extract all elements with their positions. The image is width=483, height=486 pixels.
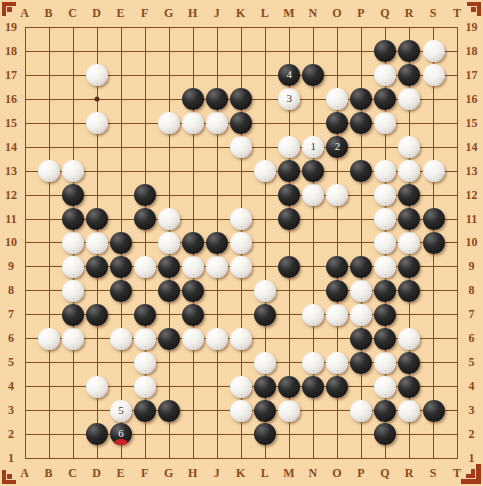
coord-label-column: K [236,6,245,21]
coord-label-row: 5 [469,355,475,370]
coord-label-column: J [214,6,220,21]
stone-black-R17 [398,64,420,86]
coord-label-row: 17 [466,67,478,82]
stone-black-G3 [158,400,180,422]
coord-label-column: B [45,6,53,21]
coord-label-row: 5 [8,355,14,370]
stone-black-J16 [206,88,228,110]
coord-label-row: 7 [8,307,14,322]
stone-black-F7 [134,304,156,326]
stone-black-F3 [134,400,156,422]
coord-label-row: 12 [466,187,478,202]
stone-white-N5 [302,352,324,374]
stone-black-G9 [158,256,180,278]
stone-black-Q18 [374,40,396,62]
stone-white-F5 [134,352,156,374]
move-number-label: 4 [287,70,293,81]
coord-label-row: 11 [5,211,16,226]
stone-white-P8 [350,280,372,302]
stone-white-E6 [110,328,132,350]
stone-black-C12 [62,184,84,206]
stone-black-E10 [110,232,132,254]
coord-label-column: R [405,6,414,21]
coord-label-column: G [164,6,173,21]
coord-label-column: E [117,6,125,21]
stone-black-P13 [350,160,372,182]
coord-label-row: 18 [466,43,478,58]
stone-black-J10 [206,232,228,254]
stone-white-N12 [302,184,324,206]
stone-white-O12 [326,184,348,206]
coord-label-column: A [20,466,29,481]
star-point [95,97,100,102]
stone-black-C11 [62,208,84,230]
stone-black-G6 [158,328,180,350]
coord-label-row: 7 [469,307,475,322]
coord-label-column: K [236,466,245,481]
last-move-marker [114,439,128,445]
stone-black-E2: 6 [110,423,132,445]
stone-white-C6 [62,328,84,350]
move-number-label: 2 [335,141,341,152]
coord-label-row: 9 [469,259,475,274]
stone-white-R13 [398,160,420,182]
stone-white-D17 [86,64,108,86]
stone-white-B13 [38,160,60,182]
stone-black-M17: 4 [278,64,300,86]
stone-black-R8 [398,280,420,302]
stone-white-Q4 [374,376,396,398]
go-board[interactable]: AABBCCDDEEFFGGHHJJKKLLMMNNOOPPQQRRSSTT19… [0,0,483,486]
coord-label-column: Q [380,6,389,21]
coord-label-column: H [188,466,197,481]
stone-white-P7 [350,304,372,326]
stone-black-L4 [254,376,276,398]
stone-white-Q13 [374,160,396,182]
coord-label-row: 18 [5,43,17,58]
stone-black-P9 [350,256,372,278]
stone-black-M12 [278,184,300,206]
coord-label-row: 17 [5,67,17,82]
stone-black-L3 [254,400,276,422]
stone-black-E9 [110,256,132,278]
coord-label-column: J [214,466,220,481]
coord-label-column: Q [380,466,389,481]
coord-label-row: 9 [8,259,14,274]
coord-label-column: A [20,6,29,21]
stone-black-D11 [86,208,108,230]
move-number-label: 3 [287,94,293,105]
coord-label-column: F [141,466,148,481]
stone-black-L2 [254,423,276,445]
stone-black-P15 [350,112,372,134]
stone-white-J9 [206,256,228,278]
stone-white-S13 [423,160,445,182]
stone-white-R10 [398,232,420,254]
coord-label-row: 15 [466,115,478,130]
stone-white-K6 [230,328,252,350]
stone-black-Q7 [374,304,396,326]
stone-black-S11 [423,208,445,230]
stone-black-Q6 [374,328,396,350]
stone-black-O9 [326,256,348,278]
stone-white-F6 [134,328,156,350]
coord-label-column: T [453,6,461,21]
coord-label-column: S [430,466,437,481]
stone-white-F4 [134,376,156,398]
coord-label-row: 1 [8,450,14,465]
stone-black-R4 [398,376,420,398]
stone-white-D15 [86,112,108,134]
stone-white-J15 [206,112,228,134]
stone-white-O5 [326,352,348,374]
stone-black-O14: 2 [326,136,348,158]
coord-label-row: 8 [469,283,475,298]
stone-white-Q5 [374,352,396,374]
coord-label-column: N [309,466,318,481]
stone-white-O7 [326,304,348,326]
stone-black-M9 [278,256,300,278]
stone-black-R18 [398,40,420,62]
stone-black-O8 [326,280,348,302]
move-number-label: 5 [118,405,124,416]
stone-black-M4 [278,376,300,398]
stone-white-Q9 [374,256,396,278]
stone-black-N4 [302,376,324,398]
grid-line-horizontal [25,458,459,459]
coord-label-column: O [332,6,341,21]
stone-black-F12 [134,184,156,206]
stone-black-D7 [86,304,108,326]
stone-black-N13 [302,160,324,182]
coord-label-column: P [357,6,364,21]
stone-white-K3 [230,400,252,422]
coord-label-row: 13 [466,163,478,178]
coord-label-column: D [92,466,101,481]
coord-label-row: 13 [5,163,17,178]
stone-white-C8 [62,280,84,302]
stone-black-C7 [62,304,84,326]
stone-white-B6 [38,328,60,350]
stone-black-D2 [86,423,108,445]
stone-black-P6 [350,328,372,350]
coord-label-column: P [357,466,364,481]
coord-label-column: M [283,6,294,21]
coord-label-row: 6 [8,331,14,346]
coord-label-column: C [68,466,77,481]
coord-label-row: 14 [466,139,478,154]
stone-black-O15 [326,112,348,134]
stone-black-N17 [302,64,324,86]
stone-white-Q11 [374,208,396,230]
stone-white-C10 [62,232,84,254]
stone-black-P5 [350,352,372,374]
stone-black-M13 [278,160,300,182]
coord-label-row: 2 [469,426,475,441]
stone-black-K15 [230,112,252,134]
stone-white-J6 [206,328,228,350]
stone-black-F11 [134,208,156,230]
move-number-label: 1 [311,141,317,152]
stone-black-Q16 [374,88,396,110]
stone-black-S3 [423,400,445,422]
stone-black-Q2 [374,423,396,445]
coord-label-column: S [430,6,437,21]
stone-black-M11 [278,208,300,230]
coord-label-row: 2 [8,426,14,441]
stone-black-H8 [182,280,204,302]
stone-white-K10 [230,232,252,254]
stone-white-Q15 [374,112,396,134]
coord-label-column: O [332,466,341,481]
stone-white-L8 [254,280,276,302]
stone-black-K16 [230,88,252,110]
stone-black-Q3 [374,400,396,422]
stone-white-R14 [398,136,420,158]
coord-label-row: 4 [8,379,14,394]
stone-black-H16 [182,88,204,110]
coord-label-row: 1 [469,450,475,465]
stone-black-Q8 [374,280,396,302]
coord-label-row: 19 [466,20,478,35]
coord-label-column: T [453,466,461,481]
stone-white-D10 [86,232,108,254]
stone-white-H9 [182,256,204,278]
stone-white-L5 [254,352,276,374]
go-board-app: AABBCCDDEEFFGGHHJJKKLLMMNNOOPPQQRRSSTT19… [0,0,483,486]
coord-label-row: 16 [5,91,17,106]
coord-label-column: L [261,466,269,481]
coord-label-row: 4 [469,379,475,394]
stone-white-Q12 [374,184,396,206]
stone-white-G15 [158,112,180,134]
coord-label-column: G [164,466,173,481]
coord-label-row: 19 [5,20,17,35]
coord-label-row: 10 [5,235,17,250]
stone-black-P16 [350,88,372,110]
move-number-label: 6 [118,429,124,440]
stone-white-M14 [278,136,300,158]
stone-white-Q17 [374,64,396,86]
coord-label-row: 6 [469,331,475,346]
stone-black-H7 [182,304,204,326]
coord-label-row: 8 [8,283,14,298]
stone-black-R12 [398,184,420,206]
stone-black-S10 [423,232,445,254]
stone-white-Q10 [374,232,396,254]
stone-white-G10 [158,232,180,254]
stone-black-D9 [86,256,108,278]
stone-black-G8 [158,280,180,302]
stone-white-R3 [398,400,420,422]
coord-label-row: 12 [5,187,17,202]
stone-black-L7 [254,304,276,326]
coord-label-column: B [45,466,53,481]
stone-white-H15 [182,112,204,134]
stone-white-N14: 1 [302,136,324,158]
coord-label-row: 15 [5,115,17,130]
stone-white-K11 [230,208,252,230]
coord-label-row: 3 [469,403,475,418]
stone-white-O16 [326,88,348,110]
stone-white-F9 [134,256,156,278]
stone-black-R5 [398,352,420,374]
stone-white-G11 [158,208,180,230]
stone-white-K9 [230,256,252,278]
stone-white-M3 [278,400,300,422]
stone-black-R9 [398,256,420,278]
stone-white-H6 [182,328,204,350]
stone-white-R6 [398,328,420,350]
coord-label-column: R [405,466,414,481]
stone-white-C9 [62,256,84,278]
coord-label-column: F [141,6,148,21]
stone-white-E3: 5 [110,400,132,422]
stone-white-P3 [350,400,372,422]
coord-label-column: E [117,466,125,481]
stone-black-O4 [326,376,348,398]
coord-label-column: N [309,6,318,21]
stone-white-L13 [254,160,276,182]
coord-label-column: H [188,6,197,21]
coord-label-row: 3 [8,403,14,418]
coord-label-row: 16 [466,91,478,106]
coord-label-column: M [283,466,294,481]
grid-line-vertical [457,27,458,459]
stone-white-S18 [423,40,445,62]
stone-white-C13 [62,160,84,182]
stone-white-D4 [86,376,108,398]
stone-black-H10 [182,232,204,254]
coord-label-row: 10 [466,235,478,250]
coord-label-row: 11 [466,211,477,226]
stone-white-R16 [398,88,420,110]
stone-white-K4 [230,376,252,398]
stone-black-E8 [110,280,132,302]
coord-label-column: D [92,6,101,21]
coord-label-column: L [261,6,269,21]
stone-white-K14 [230,136,252,158]
stone-black-R11 [398,208,420,230]
stone-white-M16: 3 [278,88,300,110]
stone-white-S17 [423,64,445,86]
coord-label-row: 14 [5,139,17,154]
coord-label-column: C [68,6,77,21]
stone-white-N7 [302,304,324,326]
